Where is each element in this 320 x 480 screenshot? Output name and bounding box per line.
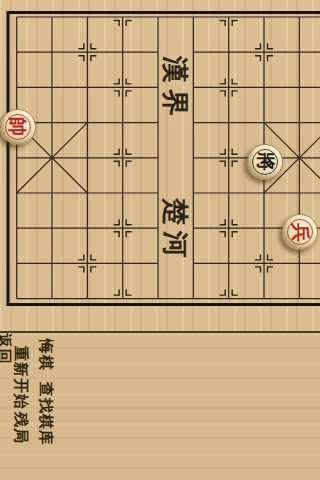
- point-marker: [255, 267, 261, 273]
- point-marker: [232, 161, 238, 167]
- point-marker: [255, 254, 261, 260]
- point-marker: [220, 78, 226, 84]
- menu-item-restart[interactable]: 重新开始: [11, 346, 30, 410]
- menu-item-undo[interactable]: 悔棋: [36, 339, 55, 371]
- point-marker: [232, 91, 238, 97]
- point-marker: [268, 267, 274, 273]
- point-marker: [126, 91, 132, 97]
- point-marker: [232, 149, 238, 155]
- point-marker: [220, 149, 226, 155]
- point-marker: [114, 78, 120, 84]
- point-marker: [126, 149, 132, 155]
- point-marker: [220, 91, 226, 97]
- point-marker: [114, 219, 120, 225]
- point-marker: [232, 78, 238, 84]
- point-marker: [220, 219, 226, 225]
- point-marker: [255, 43, 261, 49]
- point-marker: [268, 254, 274, 260]
- point-marker: [114, 91, 120, 97]
- point-marker: [78, 43, 84, 49]
- app-screen: 漢界 楚河 帥將兵 悔棋查找棋库重新开始残局返回: [0, 0, 320, 480]
- point-marker: [126, 21, 132, 27]
- point-marker: [78, 267, 84, 273]
- menu-item-search-book[interactable]: 查找棋库: [36, 382, 55, 446]
- point-marker: [78, 56, 84, 62]
- point-marker: [220, 232, 226, 238]
- point-marker: [268, 43, 274, 49]
- piece-glyph: 兵: [291, 223, 310, 242]
- piece-glyph: 將: [256, 152, 275, 171]
- point-marker: [126, 290, 132, 296]
- point-marker: [232, 219, 238, 225]
- point-marker: [78, 254, 84, 260]
- point-marker: [220, 290, 226, 296]
- point-marker: [114, 290, 120, 296]
- piece-glyph: 帥: [8, 117, 27, 136]
- point-marker: [114, 149, 120, 155]
- point-marker: [114, 161, 120, 167]
- point-marker: [255, 56, 261, 62]
- point-marker: [91, 43, 97, 49]
- point-marker: [232, 232, 238, 238]
- point-marker: [91, 254, 97, 260]
- point-marker: [268, 56, 274, 62]
- piece-red-general[interactable]: 帥: [0, 109, 36, 145]
- point-marker: [220, 161, 226, 167]
- piece-black-general[interactable]: 將: [247, 144, 283, 180]
- point-marker: [126, 232, 132, 238]
- point-marker: [91, 56, 97, 62]
- river-label-chu-he: 楚河: [157, 192, 193, 264]
- point-marker: [232, 290, 238, 296]
- point-marker: [126, 161, 132, 167]
- point-marker: [220, 21, 226, 27]
- menu-item-endgame[interactable]: 残局: [11, 412, 30, 444]
- point-marker: [126, 219, 132, 225]
- menu-item-back[interactable]: 返回: [0, 333, 13, 365]
- point-marker: [91, 267, 97, 273]
- point-marker: [114, 21, 120, 27]
- river-label-han-jie: 漢界: [157, 50, 193, 122]
- point-marker: [126, 78, 132, 84]
- point-marker: [114, 232, 120, 238]
- point-marker: [232, 21, 238, 27]
